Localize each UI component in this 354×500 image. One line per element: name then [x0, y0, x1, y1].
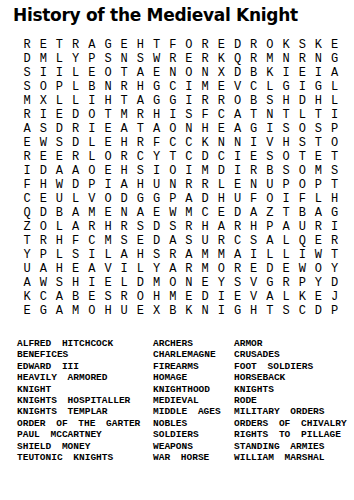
- word-item: MILITARY ORDERS: [234, 406, 347, 417]
- grid-cell-r9c8: C: [132, 150, 148, 164]
- grid-cell-r16c1: Y: [19, 248, 35, 262]
- grid-cell-r7c18: O: [294, 122, 310, 136]
- grid-cell-r3c19: I: [310, 66, 326, 80]
- grid-cell-r17c14: R: [229, 262, 245, 276]
- grid-cell-r9c5: L: [84, 150, 100, 164]
- grid-cell-r8c19: T: [310, 136, 326, 150]
- grid-cell-r9c11: C: [181, 150, 197, 164]
- grid-cell-r2c10: R: [165, 52, 181, 66]
- grid-cell-r3c15: B: [246, 66, 262, 80]
- grid-cell-r20c9: X: [149, 304, 165, 318]
- grid-cell-r6c18: L: [294, 108, 310, 122]
- grid-cell-r6c17: T: [278, 108, 294, 122]
- word-item: ORDERS OF CHIVALRY: [234, 418, 347, 429]
- grid-cell-r17c18: W: [294, 262, 310, 276]
- word-item: NOBLES: [153, 418, 221, 429]
- grid-cell-r9c3: E: [51, 150, 67, 164]
- grid-cell-r15c15: S: [246, 234, 262, 248]
- grid-cell-r20c3: A: [51, 304, 67, 318]
- grid-cell-r14c9: D: [149, 220, 165, 234]
- grid-cell-r20c7: U: [116, 304, 132, 318]
- grid-cell-r4c12: M: [197, 80, 213, 94]
- grid-cell-r15c20: R: [327, 234, 343, 248]
- grid-cell-r10c17: S: [278, 164, 294, 178]
- grid-cell-r6c20: I: [327, 108, 343, 122]
- word-item: RODE: [234, 395, 347, 406]
- grid-cell-r5c19: H: [310, 94, 326, 108]
- grid-cell-r5c13: R: [213, 94, 229, 108]
- grid-cell-r16c6: L: [100, 248, 116, 262]
- grid-cell-r20c16: T: [262, 304, 278, 318]
- grid-cell-r8c18: S: [294, 136, 310, 150]
- grid-cell-r12c16: O: [262, 192, 278, 206]
- grid-cell-r12c2: E: [35, 192, 51, 206]
- grid-cell-r9c14: I: [229, 150, 245, 164]
- grid-cell-r10c18: O: [294, 164, 310, 178]
- grid-cell-r11c16: U: [262, 178, 278, 192]
- grid-cell-r14c10: S: [165, 220, 181, 234]
- grid-cell-r3c8: A: [132, 66, 148, 80]
- grid-cell-r15c16: A: [262, 234, 278, 248]
- grid-cell-r19c3: A: [51, 290, 67, 304]
- grid-cell-r16c17: L: [278, 248, 294, 262]
- grid-cell-r14c19: R: [310, 220, 326, 234]
- grid-cell-r18c5: I: [84, 276, 100, 290]
- grid-cell-r20c4: M: [68, 304, 84, 318]
- grid-cell-r6c5: O: [84, 108, 100, 122]
- grid-cell-r6c4: D: [68, 108, 84, 122]
- word-item: STANDING ARMIES: [234, 441, 347, 452]
- grid-cell-r6c6: T: [100, 108, 116, 122]
- grid-cell-r11c8: H: [132, 178, 148, 192]
- grid-cell-r6c9: H: [149, 108, 165, 122]
- grid-cell-r3c3: I: [51, 66, 67, 80]
- grid-cell-r14c20: I: [327, 220, 343, 234]
- grid-cell-r11c4: D: [68, 178, 84, 192]
- grid-cell-r13c17: T: [278, 206, 294, 220]
- word-item: KNIGHTS HOSPITALLER: [17, 395, 140, 406]
- grid-cell-r7c8: T: [132, 122, 148, 136]
- grid-cell-r8c14: N: [229, 136, 245, 150]
- grid-cell-r11c6: I: [100, 178, 116, 192]
- grid-cell-r1c11: O: [181, 38, 197, 52]
- grid-cell-r18c14: S: [229, 276, 245, 290]
- word-item: HEAVILY ARMORED: [17, 372, 140, 383]
- word-item: FIREARMS: [153, 361, 221, 372]
- grid-cell-r5c17: H: [278, 94, 294, 108]
- grid-cell-r8c11: C: [181, 136, 197, 150]
- grid-cell-r18c10: O: [165, 276, 181, 290]
- grid-cell-r17c10: A: [165, 262, 181, 276]
- grid-cell-r5c16: S: [262, 94, 278, 108]
- grid-cell-r8c17: H: [278, 136, 294, 150]
- grid-cell-r8c4: D: [68, 136, 84, 150]
- grid-cell-r4c6: N: [100, 80, 116, 94]
- grid-cell-r18c4: H: [68, 276, 84, 290]
- grid-cell-r11c5: P: [84, 178, 100, 192]
- grid-cell-r14c3: L: [51, 220, 67, 234]
- page-title: History of the Medieval Knight: [13, 5, 298, 25]
- grid-cell-r3c10: N: [165, 66, 181, 80]
- grid-cell-r5c3: L: [51, 94, 67, 108]
- grid-cell-r18c9: M: [149, 276, 165, 290]
- grid-cell-r11c15: N: [246, 178, 262, 192]
- grid-cell-r2c9: W: [149, 52, 165, 66]
- grid-cell-r7c10: O: [165, 122, 181, 136]
- grid-cell-r17c13: O: [213, 262, 229, 276]
- grid-cell-r4c15: C: [246, 80, 262, 94]
- grid-cell-r7c16: I: [262, 122, 278, 136]
- grid-cell-r4c1: S: [19, 80, 35, 94]
- grid-cell-r14c2: O: [35, 220, 51, 234]
- grid-cell-r3c18: E: [294, 66, 310, 80]
- grid-cell-r8c16: V: [262, 136, 278, 150]
- grid-cell-r9c15: E: [246, 150, 262, 164]
- grid-cell-r14c12: H: [197, 220, 213, 234]
- grid-cell-r19c10: M: [165, 290, 181, 304]
- grid-cell-r17c20: Y: [327, 262, 343, 276]
- grid-cell-r9c9: Y: [149, 150, 165, 164]
- grid-cell-r10c16: B: [262, 164, 278, 178]
- grid-cell-r2c4: Y: [68, 52, 84, 66]
- grid-cell-r19c20: J: [327, 290, 343, 304]
- grid-cell-r20c5: O: [84, 304, 100, 318]
- grid-cell-r20c1: E: [19, 304, 35, 318]
- grid-cell-r12c15: F: [246, 192, 262, 206]
- grid-cell-r7c5: I: [84, 122, 100, 136]
- grid-cell-r6c8: R: [132, 108, 148, 122]
- word-item: ORDER OF THE GARTER: [17, 418, 140, 429]
- word-item: FOOT SOLDIERS: [234, 361, 347, 372]
- grid-cell-r4c7: R: [116, 80, 132, 94]
- word-item: WEAPONS: [153, 441, 221, 452]
- grid-cell-r19c16: A: [262, 290, 278, 304]
- word-search-page: { "game": "word-search", "title": "Histo…: [0, 0, 354, 500]
- grid-cell-r3c17: I: [278, 66, 294, 80]
- grid-cell-r13c8: A: [132, 206, 148, 220]
- grid-cell-r17c9: Y: [149, 262, 165, 276]
- grid-cell-r1c3: T: [51, 38, 67, 52]
- grid-cell-r13c19: A: [310, 206, 326, 220]
- grid-cell-r7c2: S: [35, 122, 51, 136]
- grid-cell-r19c6: S: [100, 290, 116, 304]
- grid-cell-r4c16: L: [262, 80, 278, 94]
- grid-cell-r13c18: B: [294, 206, 310, 220]
- grid-cell-r19c18: K: [294, 290, 310, 304]
- grid-cell-r4c9: G: [149, 80, 165, 94]
- grid-cell-r11c7: A: [116, 178, 132, 192]
- grid-cell-r12c7: D: [116, 192, 132, 206]
- grid-cell-r2c7: N: [116, 52, 132, 66]
- grid-cell-r20c2: G: [35, 304, 51, 318]
- grid-cell-r3c7: T: [116, 66, 132, 80]
- grid-cell-r14c16: P: [262, 220, 278, 234]
- grid-cell-r11c3: W: [51, 178, 67, 192]
- word-item: RIGHTS TO PILLAGE: [234, 429, 347, 440]
- grid-cell-r12c8: G: [132, 192, 148, 206]
- grid-cell-r13c9: E: [149, 206, 165, 220]
- word-item: HOMAGE: [153, 372, 221, 383]
- grid-cell-r7c15: G: [246, 122, 262, 136]
- grid-cell-r1c1: R: [19, 38, 35, 52]
- grid-cell-r14c13: A: [213, 220, 229, 234]
- grid-cell-r6c13: C: [213, 108, 229, 122]
- grid-cell-r16c3: L: [51, 248, 67, 262]
- grid-cell-r10c2: D: [35, 164, 51, 178]
- grid-cell-r1c12: R: [197, 38, 213, 52]
- grid-cell-r8c5: L: [84, 136, 100, 150]
- grid-cell-r3c9: E: [149, 66, 165, 80]
- grid-cell-r12c11: A: [181, 192, 197, 206]
- grid-cell-r18c2: W: [35, 276, 51, 290]
- grid-cell-r10c19: M: [310, 164, 326, 178]
- word-item: ARCHERS: [153, 338, 221, 349]
- word-item: KNIGHTS TEMPLAR: [17, 406, 140, 417]
- grid-cell-r12c17: I: [278, 192, 294, 206]
- grid-cell-r2c11: E: [181, 52, 197, 66]
- grid-cell-r1c8: H: [132, 38, 148, 52]
- grid-cell-r12c6: O: [100, 192, 116, 206]
- grid-cell-r10c4: A: [68, 164, 84, 178]
- grid-cell-r2c12: R: [197, 52, 213, 66]
- grid-cell-r6c11: S: [181, 108, 197, 122]
- word-column-1: ALFRED HITCHCOCKBENEFICESEDWARD IIIHEAVI…: [17, 338, 140, 463]
- grid-cell-r5c5: I: [84, 94, 100, 108]
- grid-cell-r6c12: F: [197, 108, 213, 122]
- grid-cell-r18c12: E: [197, 276, 213, 290]
- grid-cell-r20c14: G: [229, 304, 245, 318]
- grid-cell-r17c19: O: [310, 262, 326, 276]
- grid-cell-r13c4: A: [68, 206, 84, 220]
- word-item: EDWARD III: [17, 361, 140, 372]
- grid-cell-r8c2: W: [35, 136, 51, 150]
- grid-cell-r5c1: M: [19, 94, 35, 108]
- grid-cell-r9c13: C: [213, 150, 229, 164]
- grid-cell-r11c11: R: [181, 178, 197, 192]
- grid-cell-r19c14: E: [229, 290, 245, 304]
- grid-cell-r19c13: I: [213, 290, 229, 304]
- grid-cell-r2c17: N: [278, 52, 294, 66]
- grid-cell-r12c13: H: [213, 192, 229, 206]
- grid-cell-r18c16: G: [262, 276, 278, 290]
- grid-cell-r13c14: D: [229, 206, 245, 220]
- grid-cell-r2c8: S: [132, 52, 148, 66]
- grid-cell-r4c13: E: [213, 80, 229, 94]
- grid-cell-r11c12: R: [197, 178, 213, 192]
- grid-cell-r6c1: R: [19, 108, 35, 122]
- word-item: CHARLEMAGNE: [153, 349, 221, 360]
- grid-cell-r15c10: A: [165, 234, 181, 248]
- grid-cell-r17c15: E: [246, 262, 262, 276]
- grid-cell-r12c10: P: [165, 192, 181, 206]
- grid-cell-r1c5: A: [84, 38, 100, 52]
- grid-cell-r1c4: R: [68, 38, 84, 52]
- grid-cell-r20c19: D: [310, 304, 326, 318]
- grid-cell-r5c2: X: [35, 94, 51, 108]
- grid-cell-r4c5: B: [84, 80, 100, 94]
- grid-cell-r8c15: I: [246, 136, 262, 150]
- grid-cell-r16c10: R: [165, 248, 181, 262]
- grid-cell-r8c10: C: [165, 136, 181, 150]
- grid-cell-r3c1: S: [19, 66, 35, 80]
- grid-cell-r8c3: S: [51, 136, 67, 150]
- grid-cell-r8c20: O: [327, 136, 343, 150]
- grid-cell-r2c5: P: [84, 52, 100, 66]
- grid-cell-r4c14: V: [229, 80, 245, 94]
- grid-cell-r13c7: N: [116, 206, 132, 220]
- grid-cell-r4c4: L: [68, 80, 84, 94]
- grid-cell-r1c2: E: [35, 38, 51, 52]
- grid-cell-r7c7: A: [116, 122, 132, 136]
- grid-cell-r10c11: I: [181, 164, 197, 178]
- grid-cell-r14c18: U: [294, 220, 310, 234]
- grid-cell-r5c20: L: [327, 94, 343, 108]
- grid-cell-r13c10: W: [165, 206, 181, 220]
- grid-cell-r19c12: D: [197, 290, 213, 304]
- grid-cell-r4c20: L: [327, 80, 343, 94]
- grid-cell-r18c18: P: [294, 276, 310, 290]
- grid-cell-r16c7: A: [116, 248, 132, 262]
- grid-cell-r9c6: O: [100, 150, 116, 164]
- word-column-3: ARMORCRUSADESFOOT SOLDIERSHORSEBACKKNIGH…: [234, 338, 347, 463]
- grid-cell-r4c3: P: [51, 80, 67, 94]
- grid-cell-r1c10: F: [165, 38, 181, 52]
- grid-cell-r11c10: N: [165, 178, 181, 192]
- grid-cell-r1c20: E: [327, 38, 343, 52]
- grid-cell-r14c15: H: [246, 220, 262, 234]
- grid-cell-r5c15: B: [246, 94, 262, 108]
- grid-cell-r18c19: Y: [310, 276, 326, 290]
- grid-cell-r15c2: R: [35, 234, 51, 248]
- grid-cell-r10c7: H: [116, 164, 132, 178]
- grid-cell-r6c7: M: [116, 108, 132, 122]
- word-item: CRUSADES: [234, 349, 347, 360]
- grid-cell-r15c4: F: [68, 234, 84, 248]
- grid-cell-r15c5: C: [84, 234, 100, 248]
- grid-cell-r5c7: T: [116, 94, 132, 108]
- letter-grid: RETRAGEHTFOREDROKSKEDMLYPSNSWRERKQRMNRNG…: [19, 38, 343, 318]
- word-item: ARMOR: [234, 338, 347, 349]
- grid-cell-r10c12: M: [197, 164, 213, 178]
- grid-cell-r14c17: A: [278, 220, 294, 234]
- word-item: KNIGHTS: [234, 384, 347, 395]
- grid-cell-r13c16: Z: [262, 206, 278, 220]
- grid-cell-r10c8: S: [132, 164, 148, 178]
- grid-cell-r20c18: C: [294, 304, 310, 318]
- grid-cell-r5c10: G: [165, 94, 181, 108]
- grid-cell-r6c15: T: [246, 108, 262, 122]
- grid-cell-r4c19: G: [310, 80, 326, 94]
- word-column-2: ARCHERSCHARLEMAGNEFIREARMSHOMAGEKNIGHTHO…: [153, 338, 221, 463]
- grid-cell-r15c8: E: [132, 234, 148, 248]
- grid-cell-r16c15: I: [246, 248, 262, 262]
- grid-cell-r17c1: U: [19, 262, 35, 276]
- grid-cell-r1c13: E: [213, 38, 229, 52]
- grid-cell-r19c15: V: [246, 290, 262, 304]
- grid-cell-r11c13: L: [213, 178, 229, 192]
- grid-cell-r16c13: M: [213, 248, 229, 262]
- word-item: WAR HORSE: [153, 452, 221, 463]
- grid-cell-r4c8: H: [132, 80, 148, 94]
- grid-cell-r15c9: D: [149, 234, 165, 248]
- grid-cell-r14c1: Z: [19, 220, 35, 234]
- grid-cell-r17c11: R: [181, 262, 197, 276]
- grid-cell-r8c6: E: [100, 136, 116, 150]
- grid-cell-r5c9: G: [149, 94, 165, 108]
- grid-cell-r1c19: K: [310, 38, 326, 52]
- grid-cell-r16c16: L: [262, 248, 278, 262]
- grid-cell-r2c15: R: [246, 52, 262, 66]
- grid-cell-r16c2: P: [35, 248, 51, 262]
- grid-cell-r12c19: L: [310, 192, 326, 206]
- grid-cell-r10c14: I: [229, 164, 245, 178]
- grid-cell-r17c8: L: [132, 262, 148, 276]
- grid-cell-r20c13: I: [213, 304, 229, 318]
- grid-cell-r19c5: E: [84, 290, 100, 304]
- grid-cell-r15c12: U: [197, 234, 213, 248]
- grid-cell-r13c15: A: [246, 206, 262, 220]
- grid-cell-r6c10: I: [165, 108, 181, 122]
- grid-cell-r10c1: I: [19, 164, 35, 178]
- grid-cell-r17c3: H: [51, 262, 67, 276]
- grid-cell-r11c18: O: [294, 178, 310, 192]
- grid-cell-r18c11: N: [181, 276, 197, 290]
- grid-cell-r3c11: O: [181, 66, 197, 80]
- grid-cell-r15c7: S: [116, 234, 132, 248]
- grid-cell-r9c1: R: [19, 150, 35, 164]
- grid-cell-r1c14: D: [229, 38, 245, 52]
- grid-cell-r2c18: R: [294, 52, 310, 66]
- grid-cell-r13c5: M: [84, 206, 100, 220]
- grid-cell-r20c17: S: [278, 304, 294, 318]
- grid-cell-r19c4: B: [68, 290, 84, 304]
- grid-cell-r2c20: G: [327, 52, 343, 66]
- grid-cell-r13c13: E: [213, 206, 229, 220]
- grid-cell-r9c12: D: [197, 150, 213, 164]
- grid-cell-r10c15: R: [246, 164, 262, 178]
- grid-cell-r5c11: I: [181, 94, 197, 108]
- grid-cell-r16c5: I: [84, 248, 100, 262]
- grid-cell-r16c9: S: [149, 248, 165, 262]
- grid-cell-r12c20: H: [327, 192, 343, 206]
- grid-cell-r12c9: G: [149, 192, 165, 206]
- grid-cell-r16c12: M: [197, 248, 213, 262]
- grid-cell-r13c6: E: [100, 206, 116, 220]
- grid-cell-r4c11: I: [181, 80, 197, 94]
- grid-cell-r3c13: X: [213, 66, 229, 80]
- grid-cell-r2c6: S: [100, 52, 116, 66]
- grid-cell-r10c10: O: [165, 164, 181, 178]
- grid-cell-r8c13: N: [213, 136, 229, 150]
- grid-cell-r19c1: K: [19, 290, 35, 304]
- grid-cell-r20c15: H: [246, 304, 262, 318]
- word-item: PAUL MCCARTNEY: [17, 429, 140, 440]
- grid-cell-r11c20: T: [327, 178, 343, 192]
- grid-cell-r3c5: E: [84, 66, 100, 80]
- grid-cell-r6c14: A: [229, 108, 245, 122]
- grid-cell-r15c19: E: [310, 234, 326, 248]
- grid-cell-r12c18: F: [294, 192, 310, 206]
- grid-cell-r17c16: D: [262, 262, 278, 276]
- word-item: MIDDLE AGES: [153, 406, 221, 417]
- grid-cell-r19c7: R: [116, 290, 132, 304]
- grid-cell-r9c20: T: [327, 150, 343, 164]
- grid-cell-r14c6: H: [100, 220, 116, 234]
- grid-cell-r3c4: L: [68, 66, 84, 80]
- grid-cell-r11c2: H: [35, 178, 51, 192]
- grid-cell-r9c19: E: [310, 150, 326, 164]
- grid-cell-r9c18: T: [294, 150, 310, 164]
